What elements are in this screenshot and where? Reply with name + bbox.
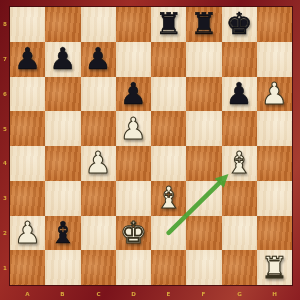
- rank-label-2: 2: [2, 230, 8, 236]
- piece-white-king[interactable]: ♚: [120, 218, 147, 248]
- square-a5[interactable]: [10, 111, 45, 146]
- square-g4[interactable]: ♝: [222, 146, 257, 181]
- square-a7[interactable]: ♟: [10, 42, 45, 77]
- square-b8[interactable]: [45, 7, 80, 42]
- square-g5[interactable]: [222, 111, 257, 146]
- square-d4[interactable]: [116, 146, 151, 181]
- square-e7[interactable]: [151, 42, 186, 77]
- piece-white-bishop[interactable]: ♝: [226, 148, 253, 178]
- piece-black-rook[interactable]: ♜: [155, 9, 182, 39]
- rank-label-7: 7: [2, 56, 8, 62]
- square-c5[interactable]: [81, 111, 116, 146]
- square-d8[interactable]: [116, 7, 151, 42]
- piece-white-pawn[interactable]: ♟: [85, 148, 112, 178]
- square-d5[interactable]: ♟: [116, 111, 151, 146]
- piece-white-pawn[interactable]: ♟: [14, 218, 41, 248]
- square-d2[interactable]: ♚: [116, 216, 151, 251]
- square-g6[interactable]: ♟: [222, 77, 257, 112]
- square-c8[interactable]: [81, 7, 116, 42]
- square-c7[interactable]: ♟: [81, 42, 116, 77]
- square-b6[interactable]: [45, 77, 80, 112]
- square-c3[interactable]: [81, 181, 116, 216]
- square-f6[interactable]: [186, 77, 221, 112]
- square-c1[interactable]: [81, 250, 116, 285]
- file-label-c: C: [87, 290, 109, 297]
- rank-label-8: 8: [2, 21, 8, 27]
- square-h6[interactable]: ♟: [257, 77, 292, 112]
- square-e4[interactable]: [151, 146, 186, 181]
- rank-label-6: 6: [2, 91, 8, 97]
- board: ♜♜♚♟♟♟♟♟♟♟♟♝♝♟♝♚♜: [10, 7, 292, 285]
- piece-white-rook[interactable]: ♜: [261, 253, 288, 283]
- file-label-d: D: [122, 290, 144, 297]
- square-a1[interactable]: [10, 250, 45, 285]
- square-b3[interactable]: [45, 181, 80, 216]
- square-e5[interactable]: [151, 111, 186, 146]
- square-c2[interactable]: [81, 216, 116, 251]
- square-d3[interactable]: [116, 181, 151, 216]
- square-e2[interactable]: [151, 216, 186, 251]
- square-d7[interactable]: [116, 42, 151, 77]
- square-b2[interactable]: ♝: [45, 216, 80, 251]
- piece-white-pawn[interactable]: ♟: [261, 79, 288, 109]
- square-e1[interactable]: [151, 250, 186, 285]
- square-e8[interactable]: ♜: [151, 7, 186, 42]
- square-g2[interactable]: [222, 216, 257, 251]
- square-e3[interactable]: ♝: [151, 181, 186, 216]
- square-d6[interactable]: ♟: [116, 77, 151, 112]
- square-c4[interactable]: ♟: [81, 146, 116, 181]
- square-h2[interactable]: [257, 216, 292, 251]
- square-g1[interactable]: [222, 250, 257, 285]
- piece-white-bishop[interactable]: ♝: [155, 183, 182, 213]
- square-h1[interactable]: ♜: [257, 250, 292, 285]
- file-label-f: F: [193, 290, 215, 297]
- square-b5[interactable]: [45, 111, 80, 146]
- piece-black-pawn[interactable]: ♟: [226, 79, 253, 109]
- square-h5[interactable]: [257, 111, 292, 146]
- square-f2[interactable]: [186, 216, 221, 251]
- piece-black-king[interactable]: ♚: [226, 9, 253, 39]
- square-a8[interactable]: [10, 7, 45, 42]
- square-f3[interactable]: [186, 181, 221, 216]
- piece-black-pawn[interactable]: ♟: [14, 44, 41, 74]
- square-g7[interactable]: [222, 42, 257, 77]
- rank-label-1: 1: [2, 265, 8, 271]
- chessboard-frame: ♜♜♚♟♟♟♟♟♟♟♟♝♝♟♝♚♜ 87654321 ABCDEFGH: [0, 0, 300, 300]
- piece-black-rook[interactable]: ♜: [190, 9, 217, 39]
- square-h4[interactable]: [257, 146, 292, 181]
- square-a3[interactable]: [10, 181, 45, 216]
- square-h3[interactable]: [257, 181, 292, 216]
- square-a6[interactable]: [10, 77, 45, 112]
- square-f5[interactable]: [186, 111, 221, 146]
- file-label-g: G: [228, 290, 250, 297]
- square-d1[interactable]: [116, 250, 151, 285]
- square-e6[interactable]: [151, 77, 186, 112]
- rank-label-4: 4: [2, 160, 8, 166]
- file-label-e: E: [158, 290, 180, 297]
- square-a2[interactable]: ♟: [10, 216, 45, 251]
- square-f8[interactable]: ♜: [186, 7, 221, 42]
- square-f1[interactable]: [186, 250, 221, 285]
- piece-black-pawn[interactable]: ♟: [85, 44, 112, 74]
- file-label-h: H: [263, 290, 285, 297]
- square-h8[interactable]: [257, 7, 292, 42]
- piece-white-pawn[interactable]: ♟: [120, 114, 147, 144]
- square-b1[interactable]: [45, 250, 80, 285]
- square-f7[interactable]: [186, 42, 221, 77]
- square-b4[interactable]: [45, 146, 80, 181]
- piece-black-pawn[interactable]: ♟: [120, 79, 147, 109]
- square-b7[interactable]: ♟: [45, 42, 80, 77]
- square-g3[interactable]: [222, 181, 257, 216]
- piece-black-bishop[interactable]: ♝: [49, 218, 76, 248]
- square-a4[interactable]: [10, 146, 45, 181]
- piece-black-pawn[interactable]: ♟: [49, 44, 76, 74]
- square-f4[interactable]: [186, 146, 221, 181]
- square-g8[interactable]: ♚: [222, 7, 257, 42]
- rank-label-5: 5: [2, 126, 8, 132]
- file-label-a: A: [17, 290, 39, 297]
- rank-label-3: 3: [2, 195, 8, 201]
- square-c6[interactable]: [81, 77, 116, 112]
- square-h7[interactable]: [257, 42, 292, 77]
- file-label-b: B: [52, 290, 74, 297]
